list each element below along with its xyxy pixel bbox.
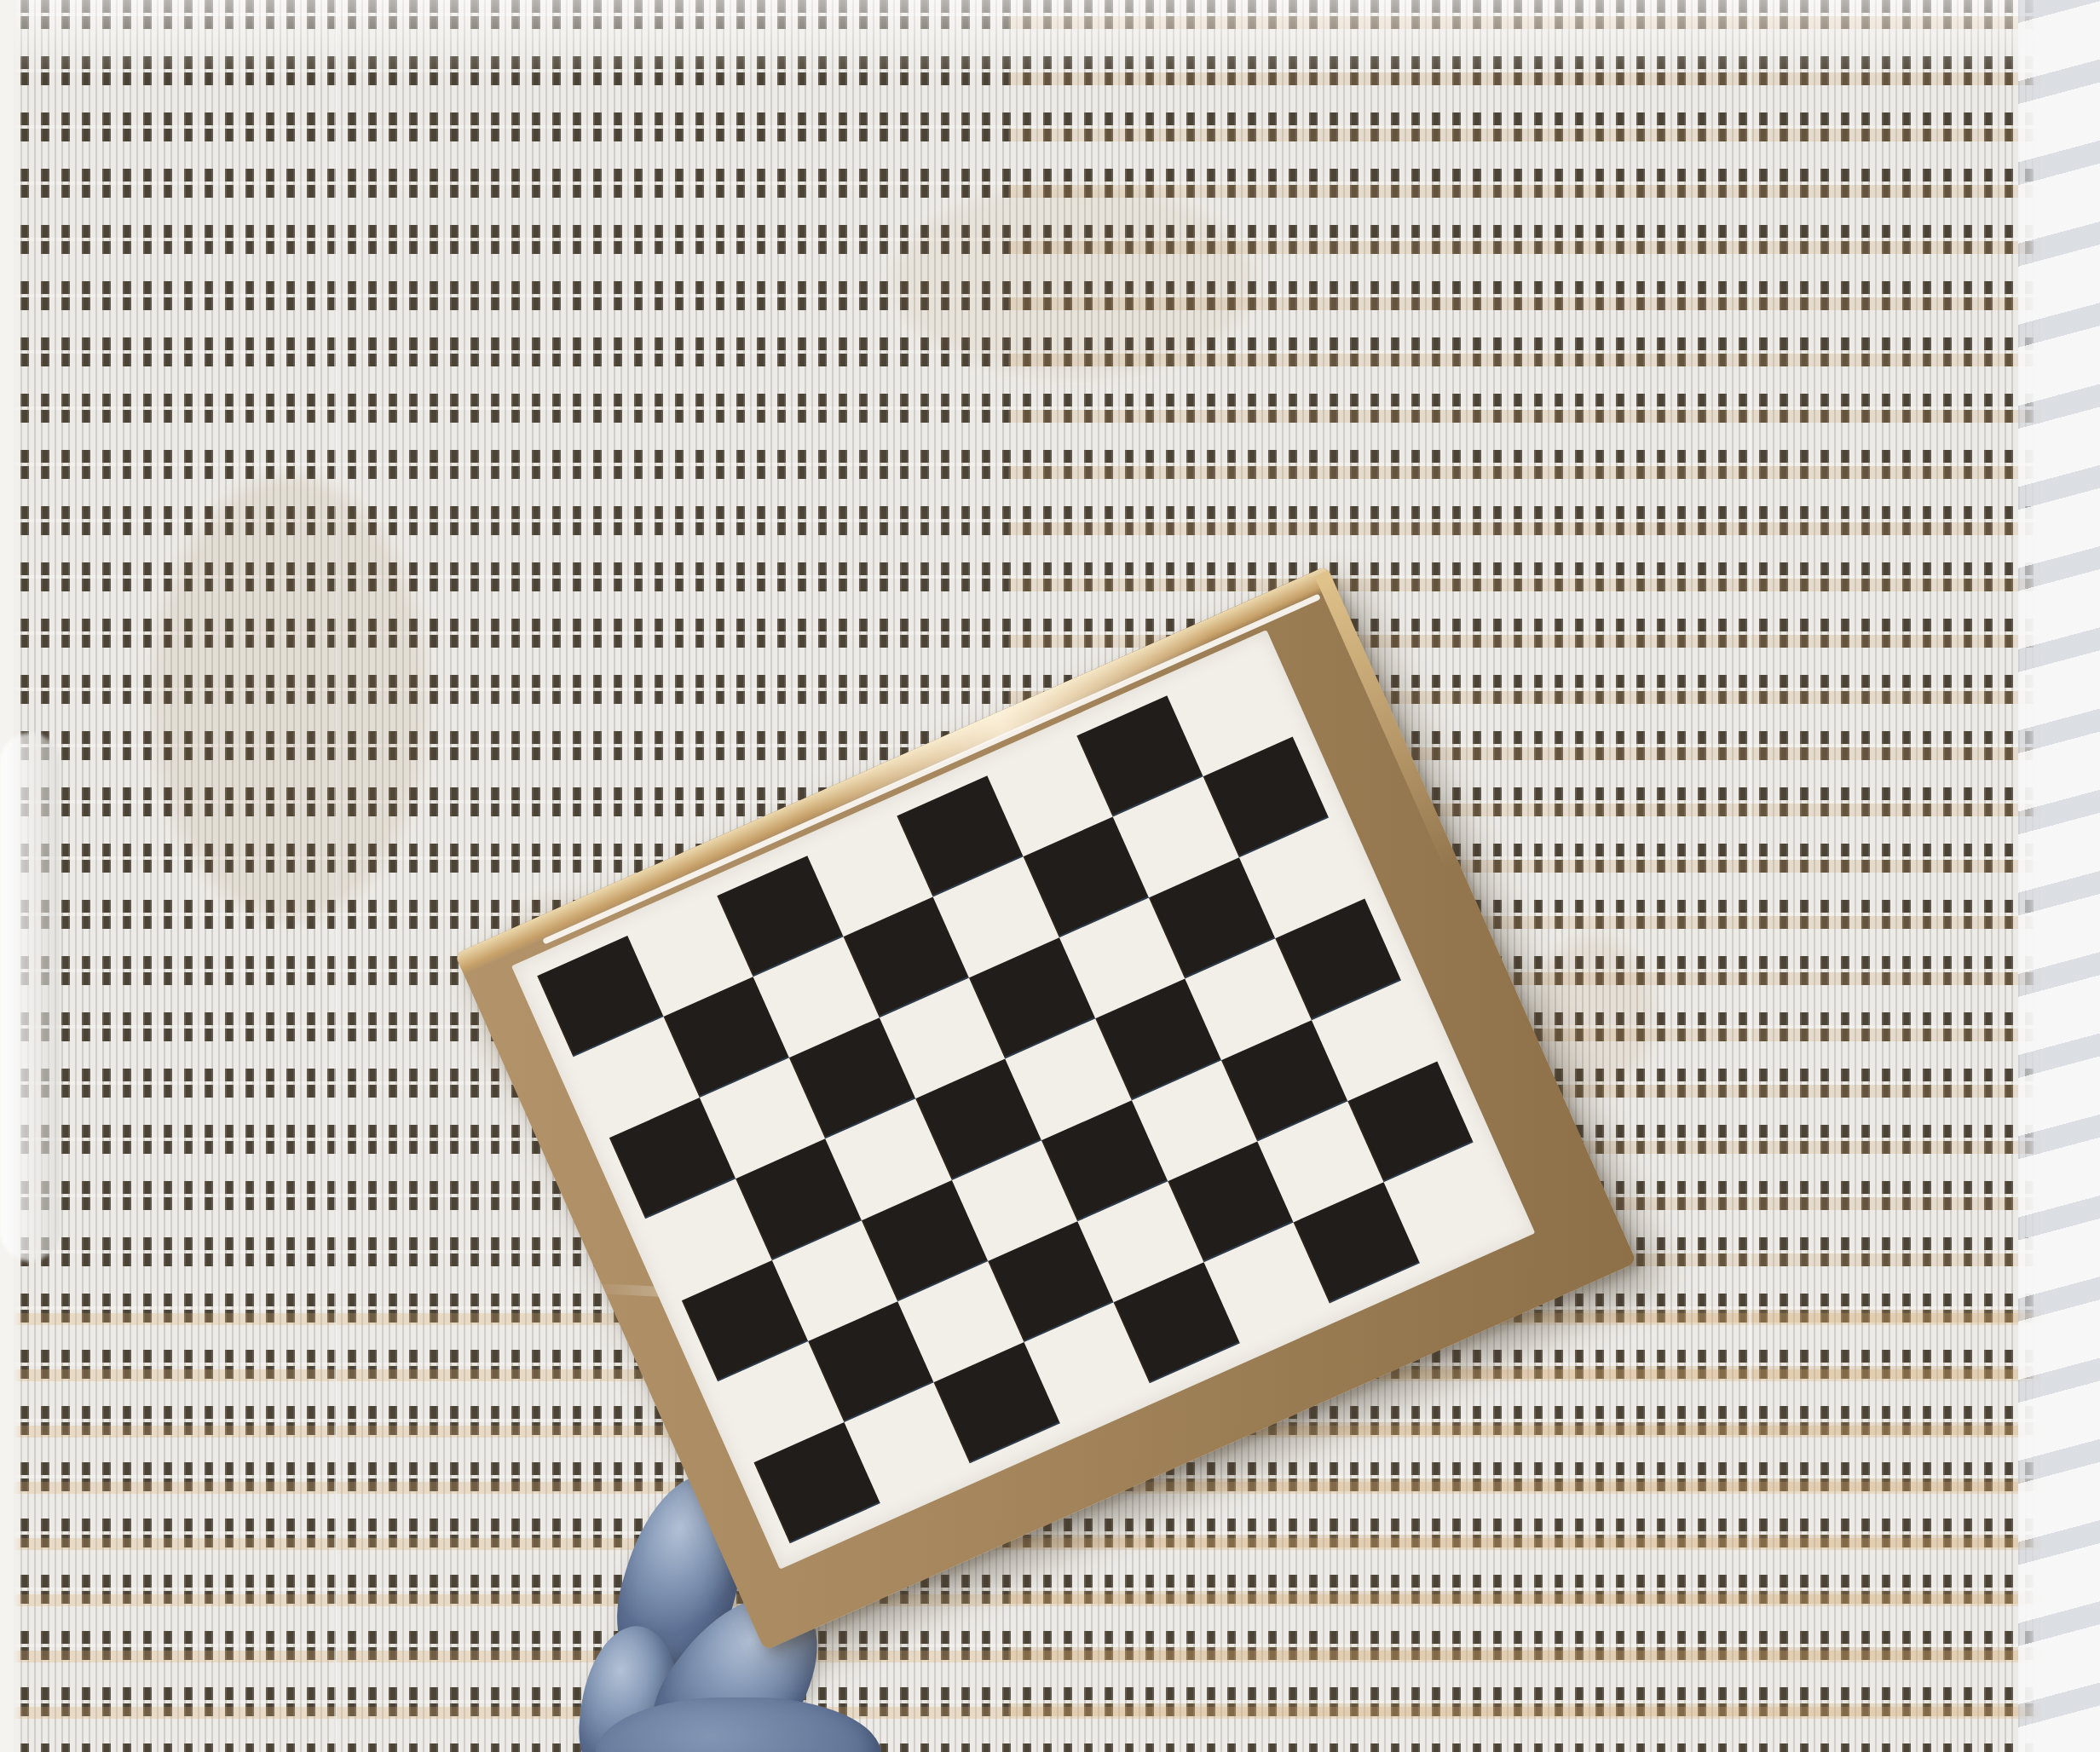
belt-stain [1534,937,1653,1091]
belt-highlight-top [0,0,2100,77]
belt-stain [895,187,1253,375]
belt-edge-strand [0,733,60,1261]
belt-stain [153,477,426,920]
belt-edge-right [2018,0,2100,1752]
belt-seam [1749,0,1751,1752]
